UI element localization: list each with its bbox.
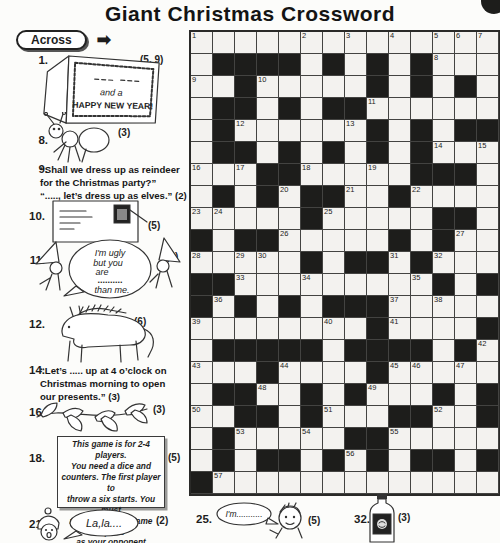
- cell-r15c2-black: [213, 340, 235, 362]
- cell-r17c10[interactable]: [389, 384, 411, 406]
- cell-r12c6[interactable]: 34: [301, 274, 323, 296]
- cell-r5c3[interactable]: 12: [235, 120, 257, 142]
- clue-number-19: 19: [368, 164, 376, 172]
- across-header: Across ➡: [16, 30, 111, 50]
- cell-r5c9-black: [367, 120, 389, 142]
- cell-r18c11-black: [411, 406, 433, 428]
- svg-text:..........: ..........: [97, 275, 122, 285]
- clue-number-21: 21: [346, 186, 354, 194]
- svg-text:La,la....: La,la....: [86, 517, 122, 529]
- cell-r17c5[interactable]: [279, 384, 301, 406]
- cell-r20c1[interactable]: [191, 450, 213, 472]
- cell-r5c14-black: [477, 120, 499, 142]
- cell-r6c8[interactable]: [345, 142, 367, 164]
- cell-r7c13-black: [455, 164, 477, 186]
- cell-r20c2-black: [213, 450, 235, 472]
- cell-r9c10[interactable]: [389, 208, 411, 230]
- cell-r20c6[interactable]: [301, 450, 323, 472]
- cell-r1c9[interactable]: [367, 32, 389, 54]
- cell-r20c5-black: [279, 450, 301, 472]
- cell-r11c8-black: [345, 252, 367, 274]
- cell-r18c6-black: [301, 406, 323, 428]
- clue-number-36: 36: [214, 296, 222, 304]
- cell-r3c8[interactable]: [345, 76, 367, 98]
- clue-number-31: 31: [390, 252, 398, 260]
- clue-number-12: 12: [236, 120, 244, 128]
- cell-r1c12[interactable]: 5: [433, 32, 455, 54]
- cell-r1c3[interactable]: [235, 32, 257, 54]
- cell-r10c2[interactable]: [213, 230, 235, 252]
- clue-10-number: 10.: [5, 210, 45, 222]
- cell-r19c6[interactable]: 54: [301, 428, 323, 450]
- clue-number-50: 50: [192, 406, 200, 414]
- cell-r16c14[interactable]: [477, 362, 499, 384]
- cell-r4c4[interactable]: [257, 98, 279, 120]
- cell-r7c2[interactable]: [213, 164, 235, 186]
- cell-r5c6[interactable]: [301, 120, 323, 142]
- cell-r11c2[interactable]: [213, 252, 235, 274]
- cell-r8c8[interactable]: 21: [345, 186, 367, 208]
- cell-r13c2[interactable]: 36: [213, 296, 235, 318]
- cell-r14c7[interactable]: 40: [323, 318, 345, 340]
- svg-text:I'm ugly: I'm ugly: [95, 248, 126, 258]
- cell-r13c3-black: [235, 296, 257, 318]
- cell-r3c14[interactable]: [477, 76, 499, 98]
- cell-r8c4-black: [257, 186, 279, 208]
- cell-r14c4[interactable]: [257, 318, 279, 340]
- clue-number-34: 34: [302, 274, 310, 282]
- cell-r8c5[interactable]: 20: [279, 186, 301, 208]
- cell-r21c6[interactable]: [301, 472, 323, 494]
- cell-r2c8[interactable]: [345, 54, 367, 76]
- cell-r21c2[interactable]: 57: [213, 472, 235, 494]
- cell-r3c7[interactable]: [323, 76, 345, 98]
- cell-r7c14[interactable]: [477, 164, 499, 186]
- cell-r7c7[interactable]: [323, 164, 345, 186]
- cell-r11c1[interactable]: 28: [191, 252, 213, 274]
- cell-r13c13[interactable]: [455, 296, 477, 318]
- clue-number-1: 1: [192, 32, 196, 40]
- cell-r10c5[interactable]: 26: [279, 230, 301, 252]
- cell-r16c1[interactable]: 43: [191, 362, 213, 384]
- cell-r17c6-black: [301, 384, 323, 406]
- cell-r12c11[interactable]: 35: [411, 274, 433, 296]
- cell-r11c5[interactable]: [279, 252, 301, 274]
- right-arrow-icon: ➡: [97, 32, 111, 48]
- cell-r4c9[interactable]: 11: [367, 98, 389, 120]
- cell-r1c14[interactable]: 7: [477, 32, 499, 54]
- cell-r21c12[interactable]: [433, 472, 455, 494]
- clue-number-45: 45: [390, 362, 398, 370]
- cell-r18c2[interactable]: [213, 406, 235, 428]
- clue-9-text: “Shall we dress up as reindeer for the C…: [40, 163, 190, 202]
- cell-r2c1[interactable]: [191, 54, 213, 76]
- cell-r15c13-black: [455, 340, 477, 362]
- cell-r3c9-black: [367, 76, 389, 98]
- cell-r14c1[interactable]: 39: [191, 318, 213, 340]
- cell-r16c6[interactable]: [301, 362, 323, 384]
- clue-number-4: 4: [390, 32, 394, 40]
- cell-r8c11[interactable]: 22: [411, 186, 433, 208]
- cell-r21c5[interactable]: [279, 472, 301, 494]
- cell-r9c2[interactable]: 24: [213, 208, 235, 230]
- cell-r6c14[interactable]: 15: [477, 142, 499, 164]
- cell-r2c4-black: [257, 54, 279, 76]
- cell-r11c4[interactable]: 30: [257, 252, 279, 274]
- cell-r20c7-black: [323, 450, 345, 472]
- cell-r20c10[interactable]: [389, 450, 411, 472]
- cell-r7c10[interactable]: [389, 164, 411, 186]
- cell-r18c1[interactable]: 50: [191, 406, 213, 428]
- cell-r18c9[interactable]: [367, 406, 389, 428]
- cell-r9c7[interactable]: 25: [323, 208, 345, 230]
- cell-r16c5[interactable]: 44: [279, 362, 301, 384]
- cell-r14c14-black: [477, 318, 499, 340]
- cell-r18c4-black: [257, 406, 279, 428]
- cell-r21c14[interactable]: [477, 472, 499, 494]
- cell-r4c11[interactable]: [411, 98, 433, 120]
- cell-r6c13[interactable]: [455, 142, 477, 164]
- cell-r5c12[interactable]: [433, 120, 455, 142]
- cell-r17c9[interactable]: 49: [367, 384, 389, 406]
- cell-r14c8[interactable]: [345, 318, 367, 340]
- svg-text:than me.: than me.: [94, 285, 129, 295]
- cell-r19c7[interactable]: [323, 428, 345, 450]
- cell-r15c9-black: [367, 340, 389, 362]
- cell-r18c13[interactable]: [455, 406, 477, 428]
- cell-r3c13-black: [455, 76, 477, 98]
- cell-r5c1[interactable]: [191, 120, 213, 142]
- cell-r1c11[interactable]: [411, 32, 433, 54]
- cell-r21c11[interactable]: [411, 472, 433, 494]
- clue-number-35: 35: [412, 274, 420, 282]
- cell-r7c1[interactable]: 16: [191, 164, 213, 186]
- cell-r9c13-black: [455, 208, 477, 230]
- cell-r19c11[interactable]: [411, 428, 433, 450]
- cell-r1c8[interactable]: 3: [345, 32, 367, 54]
- cell-r6c10[interactable]: [389, 142, 411, 164]
- cell-r7c4-black: [257, 164, 279, 186]
- cell-r16c4-black: [257, 362, 279, 384]
- cell-r20c13[interactable]: [455, 450, 477, 472]
- cell-r6c12[interactable]: 14: [433, 142, 455, 164]
- cell-r5c7[interactable]: [323, 120, 345, 142]
- cell-r7c9[interactable]: 19: [367, 164, 389, 186]
- cell-r1c10[interactable]: 4: [389, 32, 411, 54]
- clue-16-enum: (3): [153, 404, 165, 415]
- cell-r21c13[interactable]: [455, 472, 477, 494]
- cell-r19c8-black: [345, 428, 367, 450]
- cell-r2c7-black: [323, 54, 345, 76]
- cell-r16c7[interactable]: [323, 362, 345, 384]
- cell-r18c5[interactable]: [279, 406, 301, 428]
- cell-r19c3[interactable]: 53: [235, 428, 257, 450]
- cell-r2c13[interactable]: [455, 54, 477, 76]
- cell-r4c1[interactable]: [191, 98, 213, 120]
- cell-r9c1[interactable]: 23: [191, 208, 213, 230]
- clue-number-27: 27: [456, 230, 464, 238]
- clue-number-42: 42: [478, 340, 486, 348]
- cell-r15c1[interactable]: [191, 340, 213, 362]
- clue-number-48: 48: [258, 384, 266, 392]
- cell-r21c7[interactable]: [323, 472, 345, 494]
- clue-25-enum: (5): [308, 515, 320, 526]
- cell-r13c4[interactable]: [257, 296, 279, 318]
- cell-r20c14-black: [477, 450, 499, 472]
- cell-r15c11-black: [411, 340, 433, 362]
- cell-r17c1[interactable]: [191, 384, 213, 406]
- cell-r19c5[interactable]: [279, 428, 301, 450]
- cell-r11c14[interactable]: [477, 252, 499, 274]
- cell-r12c5[interactable]: [279, 274, 301, 296]
- cell-r6c6[interactable]: [301, 142, 323, 164]
- clue-number-41: 41: [390, 318, 398, 326]
- cell-r12c7[interactable]: [323, 274, 345, 296]
- cell-r8c3[interactable]: [235, 186, 257, 208]
- cell-r16c3[interactable]: [235, 362, 257, 384]
- clue-number-9: 9: [192, 76, 196, 84]
- cell-r13c11[interactable]: [411, 296, 433, 318]
- cell-r8c12[interactable]: [433, 186, 455, 208]
- cell-r19c12[interactable]: [433, 428, 455, 450]
- cell-r14c12[interactable]: [433, 318, 455, 340]
- cell-r6c2-black: [213, 142, 235, 164]
- cell-r14c13[interactable]: [455, 318, 477, 340]
- cell-r6c7-black: [323, 142, 345, 164]
- cell-r2c12[interactable]: 8: [433, 54, 455, 76]
- cell-r8c6-black: [301, 186, 323, 208]
- cell-r19c2-black: [213, 428, 235, 450]
- cell-r12c4[interactable]: [257, 274, 279, 296]
- clue-number-52: 52: [434, 406, 442, 414]
- cell-r17c12-black: [433, 384, 455, 406]
- cell-r10c9[interactable]: [367, 230, 389, 252]
- cell-r13c8-black: [345, 296, 367, 318]
- cell-r11c7[interactable]: [323, 252, 345, 274]
- cell-r4c6[interactable]: [301, 98, 323, 120]
- cell-r3c6[interactable]: [301, 76, 323, 98]
- cell-r15c7[interactable]: [323, 340, 345, 362]
- cell-r7c6[interactable]: 18: [301, 164, 323, 186]
- cell-r18c12[interactable]: 52: [433, 406, 455, 428]
- cell-r13c12[interactable]: 38: [433, 296, 455, 318]
- cell-r12c10[interactable]: [389, 274, 411, 296]
- cell-r10c11[interactable]: [411, 230, 433, 252]
- cell-r4c5-black: [279, 98, 301, 120]
- cell-r9c11[interactable]: [411, 208, 433, 230]
- cell-r19c1[interactable]: [191, 428, 213, 450]
- cell-r17c13[interactable]: [455, 384, 477, 406]
- clue-number-29: 29: [236, 252, 244, 260]
- cell-r12c13[interactable]: [455, 274, 477, 296]
- cell-r14c3[interactable]: [235, 318, 257, 340]
- cell-r8c2-black: [213, 186, 235, 208]
- cell-r10c14[interactable]: [477, 230, 499, 252]
- cell-r6c11-black: [411, 142, 433, 164]
- cell-r11c12[interactable]: 32: [433, 252, 455, 274]
- cell-r1c13[interactable]: 6: [455, 32, 477, 54]
- cell-r1c7[interactable]: [323, 32, 345, 54]
- cell-r1c1[interactable]: 1: [191, 32, 213, 54]
- cell-r15c8-black: [345, 340, 367, 362]
- clue-number-6: 6: [456, 32, 460, 40]
- cell-r4c14[interactable]: [477, 98, 499, 120]
- clue-number-14: 14: [434, 142, 442, 150]
- page-title: Giant Christmas Crossword: [0, 2, 500, 26]
- cell-r4c10[interactable]: [389, 98, 411, 120]
- cell-r16c12[interactable]: [433, 362, 455, 384]
- cell-r14c2[interactable]: [213, 318, 235, 340]
- cell-r16c10[interactable]: 45: [389, 362, 411, 384]
- cell-r3c10[interactable]: [389, 76, 411, 98]
- cell-r9c3[interactable]: [235, 208, 257, 230]
- ant-illustration: [42, 112, 120, 164]
- cell-r10c3-black: [235, 230, 257, 252]
- cell-r16c8[interactable]: [345, 362, 367, 384]
- cell-r1c2[interactable]: [213, 32, 235, 54]
- cell-r11c3[interactable]: 29: [235, 252, 257, 274]
- clue-18-number: 18.: [5, 452, 45, 464]
- cell-r3c5[interactable]: [279, 76, 301, 98]
- cell-r5c8[interactable]: 13: [345, 120, 367, 142]
- cell-r9c5[interactable]: [279, 208, 301, 230]
- donkey-illustration: [48, 303, 166, 365]
- cell-r18c10-black: [389, 406, 411, 428]
- cell-r2c14[interactable]: [477, 54, 499, 76]
- cell-r21c9[interactable]: [367, 472, 389, 494]
- cell-r11c13[interactable]: [455, 252, 477, 274]
- cell-r12c9[interactable]: [367, 274, 389, 296]
- cell-r18c14-black: [477, 406, 499, 428]
- cell-r10c8[interactable]: [345, 230, 367, 252]
- cell-r12c8[interactable]: [345, 274, 367, 296]
- cell-r1c4[interactable]: [257, 32, 279, 54]
- cell-r17c4[interactable]: 48: [257, 384, 279, 406]
- cell-r15c14[interactable]: 42: [477, 340, 499, 362]
- cell-r17c14-black: [477, 384, 499, 406]
- cell-r1c5[interactable]: [279, 32, 301, 54]
- cell-r8c1[interactable]: [191, 186, 213, 208]
- cell-r4c13[interactable]: [455, 98, 477, 120]
- cell-r6c1[interactable]: [191, 142, 213, 164]
- cell-r21c10[interactable]: [389, 472, 411, 494]
- cell-r2c9-black: [367, 54, 389, 76]
- cell-r9c4[interactable]: [257, 208, 279, 230]
- cell-r5c5[interactable]: [279, 120, 301, 142]
- boy-illustration: I'm...........: [216, 500, 306, 543]
- cell-r9c9[interactable]: [367, 208, 389, 230]
- clue-number-46: 46: [412, 362, 420, 370]
- cell-r9c6-black: [301, 208, 323, 230]
- cell-r9c8[interactable]: [345, 208, 367, 230]
- cell-r5c10[interactable]: [389, 120, 411, 142]
- cell-r21c4[interactable]: [257, 472, 279, 494]
- cell-r16c11[interactable]: 46: [411, 362, 433, 384]
- clue-number-16: 16: [192, 164, 200, 172]
- cell-r13c1-black: [191, 296, 213, 318]
- cell-r9c14[interactable]: [477, 208, 499, 230]
- cell-r16c2[interactable]: [213, 362, 235, 384]
- cell-r3c12[interactable]: [433, 76, 455, 98]
- cell-r18c3-black: [235, 406, 257, 428]
- cell-r19c4[interactable]: [257, 428, 279, 450]
- cell-r2c6[interactable]: [301, 54, 323, 76]
- cell-r8c13[interactable]: [455, 186, 477, 208]
- cell-r10c13[interactable]: 27: [455, 230, 477, 252]
- cell-r21c3[interactable]: [235, 472, 257, 494]
- cell-r2c10[interactable]: [389, 54, 411, 76]
- cell-r19c14[interactable]: [477, 428, 499, 450]
- clue-number-39: 39: [192, 318, 200, 326]
- clue-number-25: 25: [324, 208, 332, 216]
- cell-r17c11[interactable]: [411, 384, 433, 406]
- cell-r17c7[interactable]: [323, 384, 345, 406]
- clue-number-7: 7: [478, 32, 482, 40]
- cell-r19c10[interactable]: 55: [389, 428, 411, 450]
- cell-r16c13[interactable]: 47: [455, 362, 477, 384]
- cell-r18c8[interactable]: [345, 406, 367, 428]
- cell-r16c9-black: [367, 362, 389, 384]
- cell-r6c4[interactable]: [257, 142, 279, 164]
- cell-r14c6[interactable]: [301, 318, 323, 340]
- cell-r10c1-black: [191, 230, 213, 252]
- cell-r19c13[interactable]: [455, 428, 477, 450]
- cell-r15c3-black: [235, 340, 257, 362]
- cell-r15c12[interactable]: [433, 340, 455, 362]
- cell-r14c5[interactable]: [279, 318, 301, 340]
- cell-r11c10[interactable]: 31: [389, 252, 411, 274]
- cell-r19c9-black: [367, 428, 389, 450]
- clue-number-15: 15: [478, 142, 486, 150]
- cell-r8c7-black: [323, 186, 345, 208]
- cell-r13c6[interactable]: [301, 296, 323, 318]
- cell-r8c10-black: [389, 186, 411, 208]
- clue-number-20: 20: [280, 186, 288, 194]
- cell-r20c9-black: [367, 450, 389, 472]
- clue-number-51: 51: [324, 406, 332, 414]
- cell-r14c11[interactable]: [411, 318, 433, 340]
- cell-r10c6[interactable]: [301, 230, 323, 252]
- cell-r8c14[interactable]: [477, 186, 499, 208]
- cell-r7c3[interactable]: 17: [235, 164, 257, 186]
- cell-r4c12[interactable]: [433, 98, 455, 120]
- cell-r20c3[interactable]: [235, 450, 257, 472]
- clue-number-17: 17: [236, 164, 244, 172]
- cell-r3c1[interactable]: 9: [191, 76, 213, 98]
- cell-r3c4[interactable]: 10: [257, 76, 279, 98]
- cell-r1c6[interactable]: 2: [301, 32, 323, 54]
- cell-r13c14[interactable]: [477, 296, 499, 318]
- cell-r10c7[interactable]: [323, 230, 345, 252]
- cell-r20c8[interactable]: 56: [345, 450, 367, 472]
- cell-r18c7[interactable]: 51: [323, 406, 345, 428]
- cell-r8c9[interactable]: [367, 186, 389, 208]
- cell-r13c10[interactable]: 37: [389, 296, 411, 318]
- cell-r14c10[interactable]: 41: [389, 318, 411, 340]
- cell-r12c3[interactable]: 33: [235, 274, 257, 296]
- clue-14-number: 14.: [5, 364, 45, 376]
- cell-r21c8[interactable]: [345, 472, 367, 494]
- cell-r17c3-black: [235, 384, 257, 406]
- cell-r3c2[interactable]: [213, 76, 235, 98]
- cell-r5c4[interactable]: [257, 120, 279, 142]
- clue-number-53: 53: [236, 428, 244, 436]
- cell-r12c14-black: [477, 274, 499, 296]
- cell-r7c11-black: [411, 164, 433, 186]
- crossword-grid[interactable]: 1234567891011121314151617181920212223242…: [189, 30, 500, 496]
- cell-r7c8[interactable]: [345, 164, 367, 186]
- clue-number-22: 22: [412, 186, 420, 194]
